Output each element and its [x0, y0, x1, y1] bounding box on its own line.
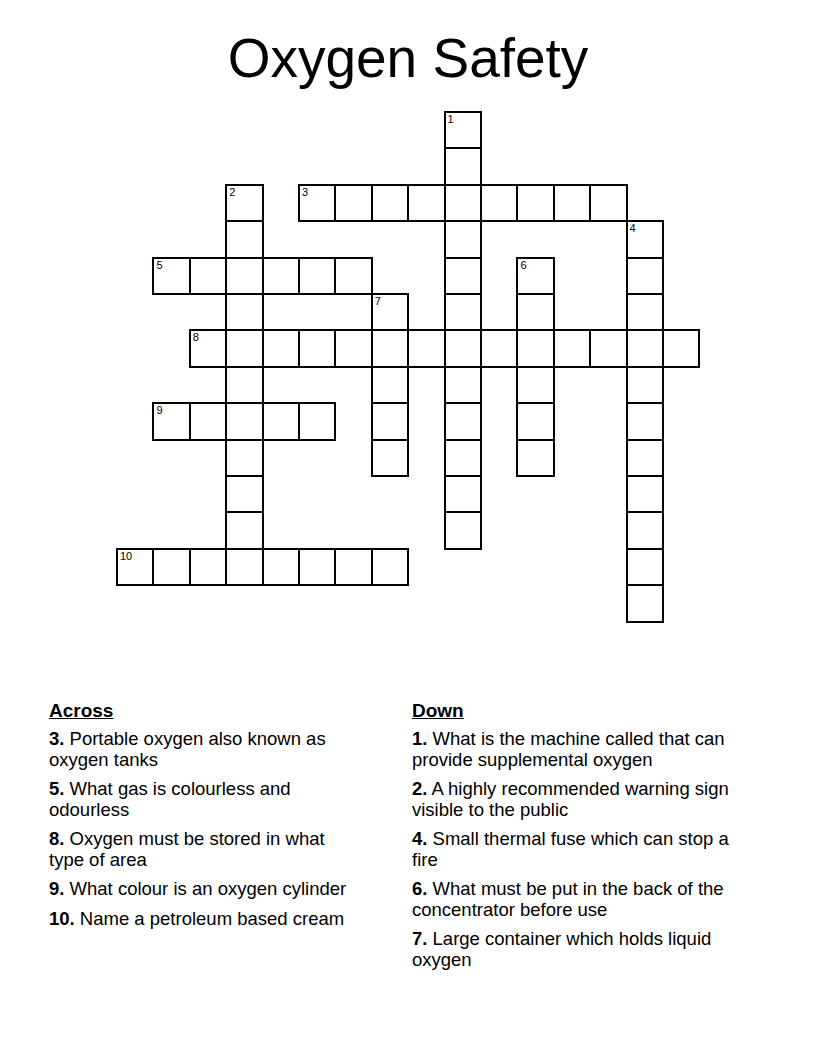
grid-cell-r4c5[interactable] [298, 257, 336, 295]
clue-item: 8. Oxygen must be stored in what type of… [49, 829, 359, 870]
clue-number-label: 10. [49, 908, 75, 929]
clue-item: 2. A highly recommended warning sign vis… [412, 779, 734, 820]
cell-clue-number: 6 [520, 259, 526, 272]
grid-cell-r7c9[interactable] [444, 366, 482, 404]
grid-cell-r4c9[interactable] [444, 257, 482, 295]
grid-cell-r8c4[interactable] [262, 402, 300, 440]
down-header: Down [412, 700, 734, 722]
across-clue-list: 3. Portable oxygen also known as oxygen … [49, 729, 359, 929]
clue-number-label: 4. [412, 828, 427, 849]
grid-cell-r9c14[interactable] [626, 439, 664, 477]
grid-cell-r2c12[interactable] [553, 184, 591, 222]
grid-cell-r4c1[interactable]: 5 [152, 257, 190, 295]
grid-cell-r8c2[interactable] [189, 402, 227, 440]
crossword-grid: 12345678910 [116, 111, 701, 623]
grid-cell-r1c9[interactable] [444, 147, 482, 185]
clue-item: 1. What is the machine called that can p… [412, 729, 734, 770]
grid-cell-r7c3[interactable] [225, 366, 263, 404]
grid-cell-r8c11[interactable] [516, 402, 554, 440]
clue-number-label: 5. [49, 778, 64, 799]
grid-cell-r6c3[interactable] [225, 329, 263, 367]
grid-cell-r6c9[interactable] [444, 329, 482, 367]
grid-cell-r12c0[interactable]: 10 [116, 548, 154, 586]
grid-cell-r5c11[interactable] [516, 293, 554, 331]
clue-item: 10. Name a petroleum based cream [49, 909, 359, 930]
grid-cell-r4c6[interactable] [334, 257, 372, 295]
grid-cell-r12c4[interactable] [262, 548, 300, 586]
grid-cell-r7c11[interactable] [516, 366, 554, 404]
grid-cell-r2c5[interactable]: 3 [298, 184, 336, 222]
grid-cell-r2c8[interactable] [407, 184, 445, 222]
grid-cell-r10c3[interactable] [225, 475, 263, 513]
grid-cell-r2c3[interactable]: 2 [225, 184, 263, 222]
grid-cell-r8c9[interactable] [444, 402, 482, 440]
grid-cell-r5c3[interactable] [225, 293, 263, 331]
cell-clue-number: 9 [156, 404, 162, 417]
grid-cell-r6c12[interactable] [553, 329, 591, 367]
cell-clue-number: 1 [448, 113, 454, 126]
grid-cell-r2c6[interactable] [334, 184, 372, 222]
clue-item: 5. What gas is colourless and odourless [49, 779, 359, 820]
puzzle-title: Oxygen Safety [0, 24, 816, 92]
clue-number-label: 3. [49, 728, 64, 749]
grid-cell-r9c11[interactable] [516, 439, 554, 477]
grid-cell-r6c6[interactable] [334, 329, 372, 367]
grid-cell-r4c11[interactable]: 6 [516, 257, 554, 295]
grid-cell-r12c3[interactable] [225, 548, 263, 586]
grid-cell-r11c3[interactable] [225, 511, 263, 549]
grid-cell-r12c14[interactable] [626, 548, 664, 586]
clue-number-label: 2. [412, 778, 427, 799]
across-clues-section: Across 3. Portable oxygen also known as … [49, 700, 359, 938]
cell-clue-number: 10 [120, 550, 132, 563]
clue-item: 4. Small thermal fuse which can stop a f… [412, 829, 734, 870]
grid-cell-r6c10[interactable] [480, 329, 518, 367]
cell-clue-number: 2 [229, 186, 235, 199]
clue-number-label: 8. [49, 828, 64, 849]
cell-clue-number: 3 [302, 186, 308, 199]
grid-cell-r11c9[interactable] [444, 511, 482, 549]
grid-cell-r8c14[interactable] [626, 402, 664, 440]
grid-cell-r11c14[interactable] [626, 511, 664, 549]
down-clue-list: 1. What is the machine called that can p… [412, 729, 734, 970]
grid-cell-r4c4[interactable] [262, 257, 300, 295]
grid-cell-r2c11[interactable] [516, 184, 554, 222]
across-header: Across [49, 700, 359, 722]
clue-item: 6. What must be put in the back of the c… [412, 879, 734, 920]
down-clues-section: Down 1. What is the machine called that … [412, 700, 734, 979]
grid-cell-r6c4[interactable] [262, 329, 300, 367]
clue-number-label: 1. [412, 728, 427, 749]
grid-cell-r12c5[interactable] [298, 548, 336, 586]
grid-cell-r10c9[interactable] [444, 475, 482, 513]
grid-cell-r0c9[interactable]: 1 [444, 111, 482, 149]
grid-cell-r4c14[interactable] [626, 257, 664, 295]
grid-cell-r3c9[interactable] [444, 220, 482, 258]
grid-cell-r6c14[interactable] [626, 329, 664, 367]
grid-cell-r8c3[interactable] [225, 402, 263, 440]
grid-cell-r5c9[interactable] [444, 293, 482, 331]
grid-cell-r6c13[interactable] [589, 329, 627, 367]
cell-clue-number: 8 [193, 331, 199, 344]
grid-cell-r3c3[interactable] [225, 220, 263, 258]
grid-cell-r4c3[interactable] [225, 257, 263, 295]
grid-cell-r12c6[interactable] [334, 548, 372, 586]
grid-cell-r12c2[interactable] [189, 548, 227, 586]
grid-cell-r8c5[interactable] [298, 402, 336, 440]
grid-cell-r9c9[interactable] [444, 439, 482, 477]
grid-cell-r12c7[interactable] [371, 548, 409, 586]
clue-item: 9. What colour is an oxygen cylinder [49, 879, 359, 900]
grid-cell-r5c7[interactable]: 7 [371, 293, 409, 331]
grid-cell-r6c11[interactable] [516, 329, 554, 367]
grid-cell-r6c7[interactable] [371, 329, 409, 367]
clue-item: 7. Large container which holds liquid ox… [412, 929, 734, 970]
grid-cell-r8c7[interactable] [371, 402, 409, 440]
clue-item: 3. Portable oxygen also known as oxygen … [49, 729, 359, 770]
clue-number-label: 6. [412, 878, 427, 899]
grid-cell-r2c13[interactable] [589, 184, 627, 222]
grid-cell-r2c9[interactable] [444, 184, 482, 222]
grid-cell-r10c14[interactable] [626, 475, 664, 513]
clue-number-label: 7. [412, 928, 427, 949]
worksheet-page: Oxygen Safety 12345678910 Across 3. Port… [0, 0, 816, 1056]
grid-cell-r7c14[interactable] [626, 366, 664, 404]
grid-cell-r7c7[interactable] [371, 366, 409, 404]
grid-cell-r6c2[interactable]: 8 [189, 329, 227, 367]
grid-cell-r8c1[interactable]: 9 [152, 402, 190, 440]
grid-cell-r5c14[interactable] [626, 293, 664, 331]
grid-cell-r13c14[interactable] [626, 584, 664, 622]
grid-cell-r9c7[interactable] [371, 439, 409, 477]
grid-cell-r3c14[interactable]: 4 [626, 220, 664, 258]
cell-clue-number: 5 [156, 259, 162, 272]
grid-cell-r12c1[interactable] [152, 548, 190, 586]
grid-cell-r6c5[interactable] [298, 329, 336, 367]
grid-cell-r2c7[interactable] [371, 184, 409, 222]
clue-number-label: 9. [49, 878, 64, 899]
grid-cell-r6c15[interactable] [662, 329, 700, 367]
cell-clue-number: 4 [630, 222, 636, 235]
cell-clue-number: 7 [375, 295, 381, 308]
grid-cell-r6c8[interactable] [407, 329, 445, 367]
grid-cell-r9c3[interactable] [225, 439, 263, 477]
grid-cell-r2c10[interactable] [480, 184, 518, 222]
grid-cell-r4c2[interactable] [189, 257, 227, 295]
